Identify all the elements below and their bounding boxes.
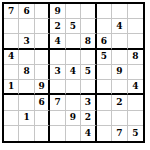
sudoku-cell-r4c9[interactable]: 8 [128, 50, 143, 65]
sudoku-cell-r8c8[interactable] [112, 111, 127, 126]
sudoku-cell-r8c1[interactable] [4, 111, 19, 126]
sudoku-cell-r4c7[interactable]: 5 [97, 50, 112, 65]
sudoku-cell-r2c7[interactable] [97, 19, 112, 34]
sudoku-cell-r3c1[interactable] [4, 34, 19, 49]
sudoku-cell-r9c6[interactable]: 4 [81, 126, 96, 141]
sudoku-cell-r8c5[interactable]: 9 [66, 111, 81, 126]
sudoku-cell-r2c6[interactable] [81, 19, 96, 34]
sudoku-cell-r9c8[interactable]: 7 [112, 126, 127, 141]
sudoku-cell-r3c5[interactable] [66, 34, 81, 49]
sudoku-cell-r5c4[interactable]: 3 [50, 65, 65, 80]
sudoku-cell-r5c6[interactable]: 5 [81, 65, 96, 80]
sudoku-cell-r1c4[interactable]: 9 [50, 4, 65, 19]
sudoku-cell-r3c8[interactable] [112, 34, 127, 49]
sudoku-cell-r1c6[interactable] [81, 4, 96, 19]
sudoku-cell-r4c5[interactable] [66, 50, 81, 65]
sudoku-cell-r6c5[interactable] [66, 80, 81, 95]
sudoku-cell-r6c9[interactable]: 4 [128, 80, 143, 95]
sudoku-cell-r2c1[interactable] [4, 19, 19, 34]
sudoku-cell-r8c3[interactable] [35, 111, 50, 126]
sudoku-cell-r3c7[interactable]: 6 [97, 34, 112, 49]
sudoku-cell-r9c5[interactable] [66, 126, 81, 141]
sudoku-cell-r7c6[interactable]: 3 [81, 95, 96, 110]
sudoku-cell-r1c9[interactable] [128, 4, 143, 19]
sudoku-cell-r5c2[interactable]: 8 [19, 65, 34, 80]
sudoku-cell-r7c9[interactable] [128, 95, 143, 110]
sudoku-cell-r6c4[interactable] [50, 80, 65, 95]
sudoku-cell-r1c7[interactable] [97, 4, 112, 19]
sudoku-cell-r9c7[interactable] [97, 126, 112, 141]
sudoku-cell-r4c6[interactable] [81, 50, 96, 65]
sudoku-cell-r4c2[interactable] [19, 50, 34, 65]
sudoku-cell-r9c3[interactable] [35, 126, 50, 141]
sudoku-cell-r4c8[interactable] [112, 50, 127, 65]
sudoku-cell-r6c1[interactable]: 1 [4, 80, 19, 95]
sudoku-cell-r2c5[interactable]: 5 [66, 19, 81, 34]
sudoku-cell-r9c4[interactable] [50, 126, 65, 141]
sudoku-board: 7692543486458834591946732192475 [2, 2, 145, 143]
sudoku-cell-r8c2[interactable]: 1 [19, 111, 34, 126]
sudoku-cell-r2c2[interactable] [19, 19, 34, 34]
sudoku-cell-r5c9[interactable] [128, 65, 143, 80]
sudoku-cell-r8c4[interactable] [50, 111, 65, 126]
sudoku-cell-r7c1[interactable] [4, 95, 19, 110]
sudoku-cell-r1c1[interactable]: 7 [4, 4, 19, 19]
sudoku-cell-r8c6[interactable]: 2 [81, 111, 96, 126]
sudoku-cell-r2c8[interactable]: 4 [112, 19, 127, 34]
sudoku-cell-r6c6[interactable] [81, 80, 96, 95]
sudoku-cell-r2c4[interactable]: 2 [50, 19, 65, 34]
sudoku-cell-r9c2[interactable] [19, 126, 34, 141]
sudoku-cell-r3c4[interactable]: 4 [50, 34, 65, 49]
sudoku-cell-r1c2[interactable]: 6 [19, 4, 34, 19]
sudoku-cell-r6c7[interactable] [97, 80, 112, 95]
sudoku-cell-r9c9[interactable]: 5 [128, 126, 143, 141]
sudoku-cell-r6c2[interactable] [19, 80, 34, 95]
sudoku-cell-r6c8[interactable] [112, 80, 127, 95]
sudoku-cell-r5c3[interactable] [35, 65, 50, 80]
sudoku-cell-r7c8[interactable]: 2 [112, 95, 127, 110]
sudoku-cell-r8c9[interactable] [128, 111, 143, 126]
sudoku-cell-r1c3[interactable] [35, 4, 50, 19]
sudoku-cell-r1c5[interactable] [66, 4, 81, 19]
sudoku-cell-r9c1[interactable] [4, 126, 19, 141]
sudoku-cell-r2c9[interactable] [128, 19, 143, 34]
sudoku-cell-r7c7[interactable] [97, 95, 112, 110]
sudoku-cell-r6c3[interactable]: 9 [35, 80, 50, 95]
sudoku-cell-r3c3[interactable] [35, 34, 50, 49]
sudoku-cell-r7c5[interactable] [66, 95, 81, 110]
sudoku-cell-r4c1[interactable]: 4 [4, 50, 19, 65]
sudoku-cell-r3c6[interactable]: 8 [81, 34, 96, 49]
sudoku-cell-r2c3[interactable] [35, 19, 50, 34]
sudoku-cell-r7c3[interactable]: 6 [35, 95, 50, 110]
sudoku-cell-r5c7[interactable] [97, 65, 112, 80]
sudoku-cell-r4c4[interactable] [50, 50, 65, 65]
sudoku-cell-r3c2[interactable]: 3 [19, 34, 34, 49]
sudoku-cell-r5c5[interactable]: 4 [66, 65, 81, 80]
sudoku-cell-r5c8[interactable]: 9 [112, 65, 127, 80]
sudoku-cell-r5c1[interactable] [4, 65, 19, 80]
sudoku-cell-r8c7[interactable] [97, 111, 112, 126]
sudoku-cell-r7c4[interactable]: 7 [50, 95, 65, 110]
sudoku-cell-r1c8[interactable] [112, 4, 127, 19]
sudoku-cell-r7c2[interactable] [19, 95, 34, 110]
sudoku-cell-r4c3[interactable] [35, 50, 50, 65]
sudoku-cell-r3c9[interactable] [128, 34, 143, 49]
